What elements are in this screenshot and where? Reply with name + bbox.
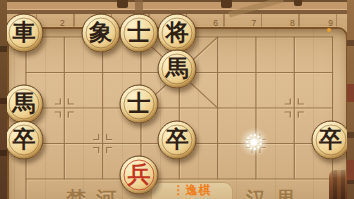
game-screen: 楚河 汉界 123456789 車象士将馬馬士卒卒卒兵 ⋮逸棋 — [0, 0, 354, 199]
piece-black-soldier[interactable]: 卒 — [158, 120, 197, 159]
piece-glyph: 馬 — [6, 86, 43, 123]
file-label-7: 7 — [248, 18, 260, 29]
red-post-mark — [347, 84, 354, 102]
piece-red-soldier[interactable]: 兵 — [119, 156, 158, 195]
piece-glyph: 馬 — [159, 50, 196, 87]
cursor-dot — [250, 138, 257, 145]
fence-post-cap — [294, 0, 302, 6]
piece-black-advisor[interactable]: 士 — [119, 14, 158, 53]
piece-black-horse[interactable]: 馬 — [158, 49, 197, 88]
piece-black-rook[interactable]: 車 — [5, 14, 44, 53]
file-label-8: 8 — [286, 18, 298, 29]
piece-glyph: 卒 — [159, 121, 196, 158]
piece-glyph: 兵 — [120, 157, 157, 194]
river-label-chu-he: 楚河 — [66, 186, 126, 199]
red-post-mark — [347, 160, 354, 180]
piece-glyph: 士 — [120, 86, 157, 123]
piece-black-advisor[interactable]: 士 — [119, 85, 158, 124]
fence-post-cap — [117, 0, 128, 8]
piece-glyph: 卒 — [312, 121, 349, 158]
left-wood-post — [0, 0, 7, 199]
piece-black-soldier[interactable]: 卒 — [5, 120, 44, 159]
file-label-9: 9 — [325, 18, 337, 29]
piece-glyph: 将 — [159, 15, 196, 52]
dot-decoration — [327, 28, 331, 32]
piece-glyph: 士 — [120, 15, 157, 52]
piece-glyph: 卒 — [6, 121, 43, 158]
fence-post-cap — [221, 0, 232, 8]
piece-glyph: 車 — [6, 15, 43, 52]
river-label-han-jie: 汉界 — [246, 186, 306, 199]
piece-black-horse[interactable]: 馬 — [5, 85, 44, 124]
piece-glyph: 象 — [82, 15, 119, 52]
right-wood-edge — [347, 0, 354, 199]
watermark-badge: ⋮逸棋 — [151, 182, 233, 199]
target-cursor-icon[interactable] — [244, 132, 264, 152]
file-label-2: 2 — [56, 18, 68, 29]
watermark-text: ⋮逸棋 — [173, 183, 212, 198]
file-label-6: 6 — [210, 18, 222, 29]
piece-black-soldier[interactable]: 卒 — [311, 120, 350, 159]
piece-black-elephant[interactable]: 象 — [81, 14, 120, 53]
piece-black-general[interactable]: 将 — [158, 14, 197, 53]
